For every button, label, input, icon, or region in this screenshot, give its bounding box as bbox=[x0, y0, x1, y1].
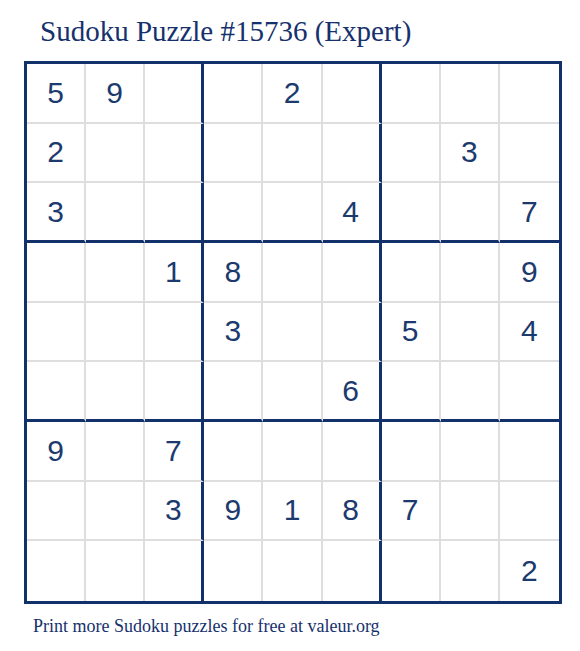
cell-r7c2[interactable] bbox=[86, 422, 145, 482]
cell-r8c7[interactable]: 7 bbox=[382, 482, 441, 542]
cell-r6c8[interactable] bbox=[441, 362, 500, 422]
cell-r8c2[interactable] bbox=[86, 482, 145, 542]
cell-r3c1[interactable]: 3 bbox=[27, 183, 86, 243]
cell-r7c4[interactable] bbox=[204, 422, 263, 482]
cell-r2c1[interactable]: 2 bbox=[27, 124, 86, 184]
cell-r6c9[interactable] bbox=[500, 362, 559, 422]
cell-r2c6[interactable] bbox=[323, 124, 382, 184]
cell-r9c6[interactable] bbox=[323, 541, 382, 601]
cell-r8c6[interactable]: 8 bbox=[323, 482, 382, 542]
cell-r1c7[interactable] bbox=[382, 64, 441, 124]
cell-r1c4[interactable] bbox=[204, 64, 263, 124]
cell-r9c5[interactable] bbox=[263, 541, 322, 601]
cell-r5c2[interactable] bbox=[86, 303, 145, 363]
cell-r9c1[interactable] bbox=[27, 541, 86, 601]
cell-r9c2[interactable] bbox=[86, 541, 145, 601]
cell-r2c4[interactable] bbox=[204, 124, 263, 184]
cell-r7c6[interactable] bbox=[323, 422, 382, 482]
cell-r1c5[interactable]: 2 bbox=[263, 64, 322, 124]
cell-r4c2[interactable] bbox=[86, 243, 145, 303]
cell-r4c6[interactable] bbox=[323, 243, 382, 303]
cell-r6c1[interactable] bbox=[27, 362, 86, 422]
cell-r3c3[interactable] bbox=[145, 183, 204, 243]
cell-r9c8[interactable] bbox=[441, 541, 500, 601]
cell-r5c8[interactable] bbox=[441, 303, 500, 363]
cell-r5c4[interactable]: 3 bbox=[204, 303, 263, 363]
cell-r2c8[interactable]: 3 bbox=[441, 124, 500, 184]
page: Sudoku Puzzle #15736 (Expert) 5922334718… bbox=[0, 16, 580, 651]
cell-r1c2[interactable]: 9 bbox=[86, 64, 145, 124]
cell-r5c7[interactable]: 5 bbox=[382, 303, 441, 363]
cell-r3c9[interactable]: 7 bbox=[500, 183, 559, 243]
cell-r6c2[interactable] bbox=[86, 362, 145, 422]
cell-r1c3[interactable] bbox=[145, 64, 204, 124]
cell-r3c4[interactable] bbox=[204, 183, 263, 243]
cell-r7c5[interactable] bbox=[263, 422, 322, 482]
cell-r8c3[interactable]: 3 bbox=[145, 482, 204, 542]
cell-r5c3[interactable] bbox=[145, 303, 204, 363]
cell-r4c7[interactable] bbox=[382, 243, 441, 303]
cell-r1c8[interactable] bbox=[441, 64, 500, 124]
sudoku-grid: 59223347189354697391872 bbox=[24, 61, 562, 604]
cell-r2c5[interactable] bbox=[263, 124, 322, 184]
footer-text: Print more Sudoku puzzles for free at va… bbox=[33, 616, 580, 637]
cell-r8c1[interactable] bbox=[27, 482, 86, 542]
cell-r9c7[interactable] bbox=[382, 541, 441, 601]
cell-r2c9[interactable] bbox=[500, 124, 559, 184]
cell-r7c7[interactable] bbox=[382, 422, 441, 482]
cell-r5c6[interactable] bbox=[323, 303, 382, 363]
cell-r3c5[interactable] bbox=[263, 183, 322, 243]
cell-r5c9[interactable]: 4 bbox=[500, 303, 559, 363]
cell-r3c2[interactable] bbox=[86, 183, 145, 243]
cell-r9c4[interactable] bbox=[204, 541, 263, 601]
cell-r1c9[interactable] bbox=[500, 64, 559, 124]
cell-r7c1[interactable]: 9 bbox=[27, 422, 86, 482]
cell-r7c8[interactable] bbox=[441, 422, 500, 482]
cell-r1c6[interactable] bbox=[323, 64, 382, 124]
cell-r4c1[interactable] bbox=[27, 243, 86, 303]
cell-r6c3[interactable] bbox=[145, 362, 204, 422]
cell-r7c9[interactable] bbox=[500, 422, 559, 482]
cell-r5c1[interactable] bbox=[27, 303, 86, 363]
cell-r2c2[interactable] bbox=[86, 124, 145, 184]
cell-r8c9[interactable] bbox=[500, 482, 559, 542]
cell-r8c5[interactable]: 1 bbox=[263, 482, 322, 542]
cell-r4c3[interactable]: 1 bbox=[145, 243, 204, 303]
cell-r4c8[interactable] bbox=[441, 243, 500, 303]
cell-r9c9[interactable]: 2 bbox=[500, 541, 559, 601]
cell-r5c5[interactable] bbox=[263, 303, 322, 363]
page-title: Sudoku Puzzle #15736 (Expert) bbox=[40, 16, 580, 48]
cell-r3c7[interactable] bbox=[382, 183, 441, 243]
cell-r7c3[interactable]: 7 bbox=[145, 422, 204, 482]
cell-r1c1[interactable]: 5 bbox=[27, 64, 86, 124]
cell-r6c4[interactable] bbox=[204, 362, 263, 422]
cell-r4c9[interactable]: 9 bbox=[500, 243, 559, 303]
cell-r6c7[interactable] bbox=[382, 362, 441, 422]
cell-r6c5[interactable] bbox=[263, 362, 322, 422]
cell-r4c5[interactable] bbox=[263, 243, 322, 303]
cell-r8c8[interactable] bbox=[441, 482, 500, 542]
cell-r3c6[interactable]: 4 bbox=[323, 183, 382, 243]
cell-r8c4[interactable]: 9 bbox=[204, 482, 263, 542]
cell-r4c4[interactable]: 8 bbox=[204, 243, 263, 303]
cell-r2c7[interactable] bbox=[382, 124, 441, 184]
cell-r6c6[interactable]: 6 bbox=[323, 362, 382, 422]
cell-r3c8[interactable] bbox=[441, 183, 500, 243]
cell-r9c3[interactable] bbox=[145, 541, 204, 601]
cell-r2c3[interactable] bbox=[145, 124, 204, 184]
